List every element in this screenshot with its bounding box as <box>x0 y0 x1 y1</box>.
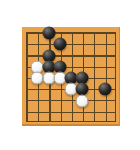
black-stone <box>53 38 66 51</box>
black-stone <box>42 27 55 40</box>
stones-layer <box>26 32 116 122</box>
go-board[interactable] <box>22 27 120 126</box>
black-stone <box>98 83 111 96</box>
white-stone <box>76 94 89 107</box>
page-background <box>0 0 140 150</box>
